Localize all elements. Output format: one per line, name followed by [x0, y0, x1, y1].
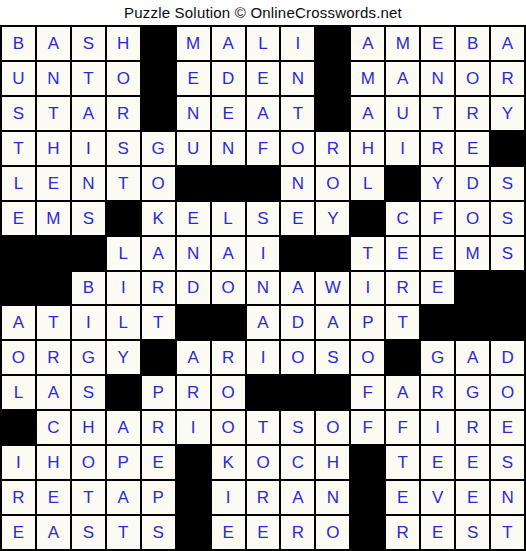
- block-cell-r9c7: [212, 306, 245, 339]
- letter-cell-r1c7: A: [212, 27, 245, 60]
- letter-cell-r13c3: O: [72, 446, 105, 479]
- letter-cell-r11c11: F: [351, 376, 384, 409]
- letter-cell-r9c11: P: [351, 306, 384, 339]
- letter-cell-r3c15: Y: [491, 97, 524, 130]
- page-title: Puzzle Solution © OnlineCrosswords.net: [0, 0, 526, 25]
- letter-cell-r14c13: V: [421, 481, 454, 514]
- letter-cell-r14c9: A: [281, 481, 314, 514]
- letter-cell-r1c15: A: [491, 27, 524, 60]
- letter-cell-r10c13: G: [421, 341, 454, 374]
- letter-cell-r8c8: N: [247, 272, 280, 305]
- letter-cell-r5c14: D: [456, 167, 489, 200]
- letter-cell-r4c14: E: [456, 132, 489, 165]
- letter-cell-r14c4: A: [107, 481, 140, 514]
- letter-cell-r4c5: G: [142, 132, 175, 165]
- letter-cell-r1c14: B: [456, 27, 489, 60]
- letter-cell-r11c3: S: [72, 376, 105, 409]
- letter-cell-r3c2: T: [37, 97, 70, 130]
- block-cell-r14c11: [351, 481, 384, 514]
- block-cell-r13c11: [351, 446, 384, 479]
- letter-cell-r12c4: A: [107, 411, 140, 444]
- letter-cell-r9c10: A: [316, 306, 349, 339]
- letter-cell-r5c4: T: [107, 167, 140, 200]
- letter-cell-r12c8: T: [247, 411, 280, 444]
- letter-cell-r3c11: A: [351, 97, 384, 130]
- letter-cell-r14c3: T: [72, 481, 105, 514]
- letter-cell-r14c2: E: [37, 481, 70, 514]
- letter-cell-r3c1: S: [2, 97, 35, 130]
- letter-cell-r1c12: M: [386, 27, 419, 60]
- letter-cell-r9c9: D: [281, 306, 314, 339]
- letter-cell-r6c15: S: [491, 202, 524, 235]
- block-cell-r11c8: [247, 376, 280, 409]
- letter-cell-r15c5: S: [142, 516, 175, 549]
- letter-cell-r3c8: A: [247, 97, 280, 130]
- block-cell-r15c11: [351, 516, 384, 549]
- letter-cell-r6c1: E: [2, 202, 35, 235]
- block-cell-r11c10: [316, 376, 349, 409]
- block-cell-r12c1: [2, 411, 35, 444]
- letter-cell-r6c7: L: [212, 202, 245, 235]
- letter-cell-r5c11: L: [351, 167, 384, 200]
- letter-cell-r11c2: A: [37, 376, 70, 409]
- letter-cell-r12c6: I: [177, 411, 210, 444]
- letter-cell-r3c3: A: [72, 97, 105, 130]
- letter-cell-r5c3: N: [72, 167, 105, 200]
- letter-cell-r2c9: N: [281, 62, 314, 95]
- letter-cell-r1c1: B: [2, 27, 35, 60]
- letter-cell-r13c10: H: [316, 446, 349, 479]
- block-cell-r13c6: [177, 446, 210, 479]
- block-cell-r3c5: [142, 97, 175, 130]
- letter-cell-r2c12: A: [386, 62, 419, 95]
- letter-cell-r14c10: N: [316, 481, 349, 514]
- letter-cell-r3c13: T: [421, 97, 454, 130]
- letter-cell-r15c3: S: [72, 516, 105, 549]
- block-cell-r2c10: [316, 62, 349, 95]
- letter-cell-r1c8: L: [247, 27, 280, 60]
- letter-cell-r14c14: E: [456, 481, 489, 514]
- letter-cell-r10c3: G: [72, 341, 105, 374]
- letter-cell-r12c15: E: [491, 411, 524, 444]
- letter-cell-r7c13: E: [421, 237, 454, 270]
- letter-cell-r9c1: A: [2, 306, 35, 339]
- letter-cell-r8c12: R: [386, 272, 419, 305]
- letter-cell-r10c6: A: [177, 341, 210, 374]
- letter-cell-r6c2: M: [37, 202, 70, 235]
- block-cell-r9c13: [421, 306, 454, 339]
- letter-cell-r1c9: I: [281, 27, 314, 60]
- block-cell-r4c15: [491, 132, 524, 165]
- block-cell-r11c4: [107, 376, 140, 409]
- letter-cell-r4c12: I: [386, 132, 419, 165]
- letter-cell-r12c13: I: [421, 411, 454, 444]
- letter-cell-r5c13: Y: [421, 167, 454, 200]
- letter-cell-r3c6: N: [177, 97, 210, 130]
- block-cell-r8c1: [2, 272, 35, 305]
- block-cell-r6c4: [107, 202, 140, 235]
- letter-cell-r10c1: O: [2, 341, 35, 374]
- letter-cell-r13c15: S: [491, 446, 524, 479]
- letter-cell-r4c6: U: [177, 132, 210, 165]
- letter-cell-r11c5: P: [142, 376, 175, 409]
- block-cell-r7c3: [72, 237, 105, 270]
- letter-cell-r10c4: Y: [107, 341, 140, 374]
- letter-cell-r3c9: T: [281, 97, 314, 130]
- letter-cell-r2c1: U: [2, 62, 35, 95]
- letter-cell-r6c13: F: [421, 202, 454, 235]
- letter-cell-r4c13: R: [421, 132, 454, 165]
- letter-cell-r15c14: S: [456, 516, 489, 549]
- letter-cell-r2c14: O: [456, 62, 489, 95]
- letter-cell-r2c15: R: [491, 62, 524, 95]
- letter-cell-r4c1: T: [2, 132, 35, 165]
- letter-cell-r7c15: S: [491, 237, 524, 270]
- letter-cell-r12c12: F: [386, 411, 419, 444]
- letter-cell-r14c5: P: [142, 481, 175, 514]
- block-cell-r6c11: [351, 202, 384, 235]
- block-cell-r7c10: [316, 237, 349, 270]
- block-cell-r14c6: [177, 481, 210, 514]
- crossword-grid: BASHMALIAMEBAUNTOEDENMANORSTARNEATAUTRYT…: [0, 25, 526, 551]
- letter-cell-r8c13: E: [421, 272, 454, 305]
- letter-cell-r13c1: I: [2, 446, 35, 479]
- block-cell-r9c6: [177, 306, 210, 339]
- letter-cell-r7c8: I: [247, 237, 280, 270]
- letter-cell-r15c9: R: [281, 516, 314, 549]
- letter-cell-r13c2: H: [37, 446, 70, 479]
- block-cell-r7c9: [281, 237, 314, 270]
- letter-cell-r6c5: K: [142, 202, 175, 235]
- letter-cell-r10c15: D: [491, 341, 524, 374]
- block-cell-r5c8: [247, 167, 280, 200]
- letter-cell-r6c8: S: [247, 202, 280, 235]
- letter-cell-r13c7: K: [212, 446, 245, 479]
- letter-cell-r15c1: E: [2, 516, 35, 549]
- letter-cell-r1c2: A: [37, 27, 70, 60]
- letter-cell-r10c14: A: [456, 341, 489, 374]
- block-cell-r7c2: [37, 237, 70, 270]
- block-cell-r5c6: [177, 167, 210, 200]
- letter-cell-r10c11: O: [351, 341, 384, 374]
- letter-cell-r1c6: M: [177, 27, 210, 60]
- letter-cell-r7c11: T: [351, 237, 384, 270]
- letter-cell-r13c8: O: [247, 446, 280, 479]
- letter-cell-r7c4: L: [107, 237, 140, 270]
- letter-cell-r5c2: E: [37, 167, 70, 200]
- letter-cell-r9c2: T: [37, 306, 70, 339]
- letter-cell-r15c15: T: [491, 516, 524, 549]
- letter-cell-r10c2: R: [37, 341, 70, 374]
- letter-cell-r8c3: B: [72, 272, 105, 305]
- letter-cell-r1c4: H: [107, 27, 140, 60]
- letter-cell-r11c1: L: [2, 376, 35, 409]
- letter-cell-r4c7: N: [212, 132, 245, 165]
- letter-cell-r11c6: R: [177, 376, 210, 409]
- letter-cell-r15c4: T: [107, 516, 140, 549]
- letter-cell-r2c13: N: [421, 62, 454, 95]
- letter-cell-r11c13: R: [421, 376, 454, 409]
- letter-cell-r13c9: C: [281, 446, 314, 479]
- letter-cell-r9c4: L: [107, 306, 140, 339]
- letter-cell-r13c13: E: [421, 446, 454, 479]
- letter-cell-r4c11: H: [351, 132, 384, 165]
- letter-cell-r9c12: T: [386, 306, 419, 339]
- letter-cell-r5c9: N: [281, 167, 314, 200]
- letter-cell-r8c4: I: [107, 272, 140, 305]
- letter-cell-r10c9: O: [281, 341, 314, 374]
- letter-cell-r10c7: R: [212, 341, 245, 374]
- block-cell-r3c10: [316, 97, 349, 130]
- letter-cell-r10c8: I: [247, 341, 280, 374]
- letter-cell-r7c12: E: [386, 237, 419, 270]
- letter-cell-r15c12: R: [386, 516, 419, 549]
- letter-cell-r8c10: W: [316, 272, 349, 305]
- letter-cell-r1c11: A: [351, 27, 384, 60]
- letter-cell-r3c14: R: [456, 97, 489, 130]
- letter-cell-r10c10: S: [316, 341, 349, 374]
- letter-cell-r12c5: R: [142, 411, 175, 444]
- letter-cell-r4c10: R: [316, 132, 349, 165]
- block-cell-r1c5: [142, 27, 175, 60]
- letter-cell-r2c11: M: [351, 62, 384, 95]
- letter-cell-r14c15: N: [491, 481, 524, 514]
- letter-cell-r2c6: E: [177, 62, 210, 95]
- letter-cell-r2c7: D: [212, 62, 245, 95]
- block-cell-r8c15: [491, 272, 524, 305]
- block-cell-r5c12: [386, 167, 419, 200]
- letter-cell-r4c3: I: [72, 132, 105, 165]
- block-cell-r9c15: [491, 306, 524, 339]
- letter-cell-r9c5: T: [142, 306, 175, 339]
- letter-cell-r12c9: S: [281, 411, 314, 444]
- block-cell-r9c14: [456, 306, 489, 339]
- letter-cell-r6c12: C: [386, 202, 419, 235]
- letter-cell-r8c5: R: [142, 272, 175, 305]
- letter-cell-r2c2: N: [37, 62, 70, 95]
- letter-cell-r6c6: E: [177, 202, 210, 235]
- letter-cell-r5c5: O: [142, 167, 175, 200]
- letter-cell-r11c12: A: [386, 376, 419, 409]
- letter-cell-r8c9: A: [281, 272, 314, 305]
- letter-cell-r9c8: A: [247, 306, 280, 339]
- letter-cell-r6c10: Y: [316, 202, 349, 235]
- letter-cell-r6c14: O: [456, 202, 489, 235]
- letter-cell-r8c6: D: [177, 272, 210, 305]
- letter-cell-r11c14: G: [456, 376, 489, 409]
- letter-cell-r3c12: U: [386, 97, 419, 130]
- block-cell-r1c10: [316, 27, 349, 60]
- letter-cell-r12c14: R: [456, 411, 489, 444]
- letter-cell-r13c4: P: [107, 446, 140, 479]
- letter-cell-r8c7: O: [212, 272, 245, 305]
- letter-cell-r7c5: A: [142, 237, 175, 270]
- letter-cell-r13c14: E: [456, 446, 489, 479]
- letter-cell-r1c3: S: [72, 27, 105, 60]
- letter-cell-r3c7: E: [212, 97, 245, 130]
- letter-cell-r7c7: A: [212, 237, 245, 270]
- letter-cell-r15c7: E: [212, 516, 245, 549]
- letter-cell-r12c11: F: [351, 411, 384, 444]
- block-cell-r10c5: [142, 341, 175, 374]
- letter-cell-r6c3: S: [72, 202, 105, 235]
- block-cell-r8c2: [37, 272, 70, 305]
- block-cell-r5c7: [212, 167, 245, 200]
- letter-cell-r5c15: S: [491, 167, 524, 200]
- letter-cell-r4c9: O: [281, 132, 314, 165]
- letter-cell-r15c13: E: [421, 516, 454, 549]
- letter-cell-r15c8: E: [247, 516, 280, 549]
- block-cell-r7c1: [2, 237, 35, 270]
- block-cell-r15c6: [177, 516, 210, 549]
- block-cell-r11c9: [281, 376, 314, 409]
- letter-cell-r8c11: I: [351, 272, 384, 305]
- letter-cell-r6c9: E: [281, 202, 314, 235]
- letter-cell-r4c8: F: [247, 132, 280, 165]
- letter-cell-r2c3: T: [72, 62, 105, 95]
- letter-cell-r2c8: E: [247, 62, 280, 95]
- letter-cell-r4c2: H: [37, 132, 70, 165]
- letter-cell-r14c8: R: [247, 481, 280, 514]
- letter-cell-r9c3: I: [72, 306, 105, 339]
- letter-cell-r1c13: E: [421, 27, 454, 60]
- letter-cell-r5c10: O: [316, 167, 349, 200]
- letter-cell-r14c12: E: [386, 481, 419, 514]
- letter-cell-r11c7: O: [212, 376, 245, 409]
- block-cell-r2c5: [142, 62, 175, 95]
- letter-cell-r14c1: R: [2, 481, 35, 514]
- page: Puzzle Solution © OnlineCrosswords.net B…: [0, 0, 526, 551]
- letter-cell-r12c3: H: [72, 411, 105, 444]
- letter-cell-r7c14: M: [456, 237, 489, 270]
- letter-cell-r15c2: A: [37, 516, 70, 549]
- block-cell-r10c12: [386, 341, 419, 374]
- block-cell-r8c14: [456, 272, 489, 305]
- letter-cell-r3c4: R: [107, 97, 140, 130]
- letter-cell-r7c6: N: [177, 237, 210, 270]
- letter-cell-r14c7: I: [212, 481, 245, 514]
- letter-cell-r13c12: T: [386, 446, 419, 479]
- letter-cell-r2c4: O: [107, 62, 140, 95]
- letter-cell-r13c5: E: [142, 446, 175, 479]
- letter-cell-r11c15: O: [491, 376, 524, 409]
- letter-cell-r12c10: O: [316, 411, 349, 444]
- letter-cell-r12c2: C: [37, 411, 70, 444]
- letter-cell-r15c10: O: [316, 516, 349, 549]
- letter-cell-r12c7: O: [212, 411, 245, 444]
- letter-cell-r5c1: L: [2, 167, 35, 200]
- letter-cell-r4c4: S: [107, 132, 140, 165]
